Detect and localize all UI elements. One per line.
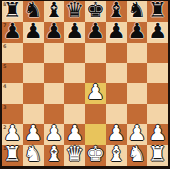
square-c1[interactable]: ♝ <box>44 145 65 166</box>
square-g4[interactable] <box>127 83 148 104</box>
square-d5[interactable] <box>64 63 85 83</box>
square-e3[interactable] <box>85 104 106 124</box>
piece-white-pawn[interactable]: ♟ <box>44 123 63 144</box>
piece-black-pawn[interactable]: ♟ <box>24 21 43 42</box>
rank-label-6: 6 <box>3 43 6 49</box>
square-f1[interactable]: ♝ <box>106 145 127 166</box>
piece-black-king[interactable]: ♚ <box>86 0 105 21</box>
piece-white-knight[interactable]: ♞ <box>127 144 146 165</box>
piece-black-bishop[interactable]: ♝ <box>107 0 126 21</box>
piece-black-pawn[interactable]: ♟ <box>44 21 63 42</box>
square-a5[interactable]: 5 <box>2 63 23 83</box>
square-h5[interactable] <box>147 63 168 83</box>
piece-black-pawn[interactable]: ♟ <box>127 21 146 42</box>
piece-black-queen[interactable]: ♛ <box>65 0 84 21</box>
square-f6[interactable] <box>106 43 127 63</box>
square-f5[interactable] <box>106 63 127 83</box>
square-a7[interactable]: 7♟ <box>2 22 23 43</box>
piece-white-pawn[interactable]: ♟ <box>3 123 22 144</box>
piece-white-bishop[interactable]: ♝ <box>44 144 63 165</box>
piece-black-pawn[interactable]: ♟ <box>107 21 126 42</box>
square-h6[interactable] <box>147 43 168 63</box>
square-h4[interactable] <box>147 83 168 104</box>
square-e4[interactable]: ♟ <box>85 83 106 104</box>
square-h1[interactable]: ♜ <box>147 145 168 166</box>
square-g6[interactable] <box>127 43 148 63</box>
square-d6[interactable] <box>64 43 85 63</box>
piece-white-rook[interactable]: ♜ <box>148 144 167 165</box>
square-c7[interactable]: ♟ <box>44 22 65 43</box>
piece-black-pawn[interactable]: ♟ <box>65 21 84 42</box>
square-a1[interactable]: 1♜ <box>2 145 23 166</box>
rank-label-3: 3 <box>3 104 6 110</box>
square-d7[interactable]: ♟ <box>64 22 85 43</box>
piece-black-knight[interactable]: ♞ <box>127 0 146 21</box>
piece-white-rook[interactable]: ♜ <box>3 144 22 165</box>
piece-white-pawn[interactable]: ♟ <box>24 123 43 144</box>
square-b6[interactable] <box>23 43 44 63</box>
piece-white-knight[interactable]: ♞ <box>24 144 43 165</box>
piece-black-pawn[interactable]: ♟ <box>148 21 167 42</box>
square-f4[interactable] <box>106 83 127 104</box>
square-b1[interactable]: ♞ <box>23 145 44 166</box>
chess-board: 8♜♞♝♛♚♝♞♜7♟♟♟♟♟♟♟♟654♟32♟♟♟♟♟♟♟1♜♞♝♛♚♝♞♜ <box>2 1 168 166</box>
rank-label-4: 4 <box>3 83 6 89</box>
piece-black-pawn[interactable]: ♟ <box>3 21 22 42</box>
piece-black-bishop[interactable]: ♝ <box>44 0 63 21</box>
square-g5[interactable] <box>127 63 148 83</box>
piece-white-pawn[interactable]: ♟ <box>107 123 126 144</box>
piece-black-knight[interactable]: ♞ <box>24 0 43 21</box>
square-c5[interactable] <box>44 63 65 83</box>
piece-black-pawn[interactable]: ♟ <box>86 21 105 42</box>
square-a6[interactable]: 6 <box>2 43 23 63</box>
square-b4[interactable] <box>23 83 44 104</box>
piece-black-rook[interactable]: ♜ <box>3 0 22 21</box>
square-d4[interactable] <box>64 83 85 104</box>
piece-white-queen[interactable]: ♛ <box>65 144 84 165</box>
square-a4[interactable]: 4 <box>2 83 23 104</box>
piece-white-pawn[interactable]: ♟ <box>65 123 84 144</box>
piece-white-pawn[interactable]: ♟ <box>127 123 146 144</box>
piece-white-pawn[interactable]: ♟ <box>148 123 167 144</box>
piece-black-rook[interactable]: ♜ <box>148 0 167 21</box>
piece-white-bishop[interactable]: ♝ <box>107 144 126 165</box>
square-f7[interactable]: ♟ <box>106 22 127 43</box>
square-g1[interactable]: ♞ <box>127 145 148 166</box>
square-h7[interactable]: ♟ <box>147 22 168 43</box>
square-c6[interactable] <box>44 43 65 63</box>
square-d1[interactable]: ♛ <box>64 145 85 166</box>
square-e6[interactable] <box>85 43 106 63</box>
square-c4[interactable] <box>44 83 65 104</box>
square-e1[interactable]: ♚ <box>85 145 106 166</box>
square-g7[interactable]: ♟ <box>127 22 148 43</box>
square-b5[interactable] <box>23 63 44 83</box>
square-e7[interactable]: ♟ <box>85 22 106 43</box>
chess-board-frame: 8♜♞♝♛♚♝♞♜7♟♟♟♟♟♟♟♟654♟32♟♟♟♟♟♟♟1♜♞♝♛♚♝♞♜ <box>0 0 170 169</box>
square-b7[interactable]: ♟ <box>23 22 44 43</box>
piece-white-pawn[interactable]: ♟ <box>86 82 105 103</box>
piece-white-king[interactable]: ♚ <box>86 144 105 165</box>
rank-label-5: 5 <box>3 63 6 69</box>
